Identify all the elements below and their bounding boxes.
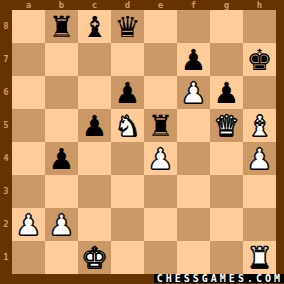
square-e1[interactable] [144, 241, 177, 274]
square-a7[interactable] [12, 43, 45, 76]
rank-label-1: 1 [0, 241, 12, 274]
black-king-piece[interactable]: ♚ [243, 43, 276, 76]
square-c6[interactable] [78, 76, 111, 109]
black-pawn-piece[interactable]: ♟ [78, 109, 111, 142]
square-d7[interactable] [111, 43, 144, 76]
square-h2[interactable] [243, 208, 276, 241]
square-b6[interactable] [45, 76, 78, 109]
rank-label-4: 4 [0, 142, 12, 175]
white-king-piece[interactable]: ♚ [78, 241, 111, 274]
square-a4[interactable] [12, 142, 45, 175]
black-pawn-piece[interactable]: ♟ [177, 43, 210, 76]
square-b5[interactable] [45, 109, 78, 142]
file-label-b: b [45, 0, 78, 10]
square-a2[interactable]: ♟ [12, 208, 45, 241]
square-a5[interactable] [12, 109, 45, 142]
square-g1[interactable] [210, 241, 243, 274]
square-a8[interactable] [12, 10, 45, 43]
square-g3[interactable] [210, 175, 243, 208]
white-queen-piece[interactable]: ♛ [210, 109, 243, 142]
square-g8[interactable] [210, 10, 243, 43]
black-rook-piece[interactable]: ♜ [45, 10, 78, 43]
square-d4[interactable] [111, 142, 144, 175]
square-h7[interactable]: ♚ [243, 43, 276, 76]
square-a6[interactable] [12, 76, 45, 109]
black-rook-piece[interactable]: ♜ [144, 109, 177, 142]
square-d2[interactable] [111, 208, 144, 241]
rank-label-6: 6 [0, 76, 12, 109]
black-bishop-piece[interactable]: ♝ [78, 10, 111, 43]
square-f7[interactable]: ♟ [177, 43, 210, 76]
file-label-d: d [111, 0, 144, 10]
square-g6[interactable]: ♟ [210, 76, 243, 109]
rank-labels: 87654321 [0, 10, 12, 274]
square-b4[interactable]: ♟ [45, 142, 78, 175]
square-f2[interactable] [177, 208, 210, 241]
white-pawn-piece[interactable]: ♟ [243, 142, 276, 175]
square-f3[interactable] [177, 175, 210, 208]
square-f5[interactable] [177, 109, 210, 142]
square-e6[interactable] [144, 76, 177, 109]
square-b2[interactable]: ♟ [45, 208, 78, 241]
rank-label-7: 7 [0, 43, 12, 76]
square-d3[interactable] [111, 175, 144, 208]
white-pawn-piece[interactable]: ♟ [177, 76, 210, 109]
square-g4[interactable] [210, 142, 243, 175]
square-f8[interactable] [177, 10, 210, 43]
square-g2[interactable] [210, 208, 243, 241]
black-queen-piece[interactable]: ♛ [111, 10, 144, 43]
rank-label-2: 2 [0, 208, 12, 241]
square-e2[interactable] [144, 208, 177, 241]
square-c3[interactable] [78, 175, 111, 208]
rank-label-8: 8 [0, 10, 12, 43]
black-pawn-piece[interactable]: ♟ [45, 142, 78, 175]
file-label-c: c [78, 0, 111, 10]
square-c7[interactable] [78, 43, 111, 76]
square-h1[interactable]: ♜ [243, 241, 276, 274]
square-g7[interactable] [210, 43, 243, 76]
square-c1[interactable]: ♚ [78, 241, 111, 274]
square-h5[interactable]: ♝ [243, 109, 276, 142]
white-pawn-piece[interactable]: ♟ [12, 208, 45, 241]
square-e8[interactable] [144, 10, 177, 43]
chess-diagram: abcdefgh 87654321 ♜♝♛♟♚♟♟♟♟♞♜♛♝♟♟♟♟♟♚♜ C… [0, 0, 284, 284]
square-d6[interactable]: ♟ [111, 76, 144, 109]
square-g5[interactable]: ♛ [210, 109, 243, 142]
black-pawn-piece[interactable]: ♟ [111, 76, 144, 109]
file-label-e: e [144, 0, 177, 10]
square-e4[interactable]: ♟ [144, 142, 177, 175]
square-b8[interactable]: ♜ [45, 10, 78, 43]
square-c2[interactable] [78, 208, 111, 241]
square-f6[interactable]: ♟ [177, 76, 210, 109]
black-pawn-piece[interactable]: ♟ [210, 76, 243, 109]
square-e5[interactable]: ♜ [144, 109, 177, 142]
square-c4[interactable] [78, 142, 111, 175]
square-e7[interactable] [144, 43, 177, 76]
square-d8[interactable]: ♛ [111, 10, 144, 43]
square-h4[interactable]: ♟ [243, 142, 276, 175]
square-d1[interactable] [111, 241, 144, 274]
file-labels: abcdefgh [12, 0, 276, 10]
file-label-a: a [12, 0, 45, 10]
square-h6[interactable] [243, 76, 276, 109]
rank-label-3: 3 [0, 175, 12, 208]
square-a3[interactable] [12, 175, 45, 208]
square-h3[interactable] [243, 175, 276, 208]
square-c5[interactable]: ♟ [78, 109, 111, 142]
white-knight-piece[interactable]: ♞ [111, 109, 144, 142]
white-pawn-piece[interactable]: ♟ [144, 142, 177, 175]
file-label-f: f [177, 0, 210, 10]
square-f4[interactable] [177, 142, 210, 175]
square-b1[interactable] [45, 241, 78, 274]
square-a1[interactable] [12, 241, 45, 274]
square-c8[interactable]: ♝ [78, 10, 111, 43]
square-e3[interactable] [144, 175, 177, 208]
square-b7[interactable] [45, 43, 78, 76]
file-label-g: g [210, 0, 243, 10]
file-label-h: h [243, 0, 276, 10]
rank-label-5: 5 [0, 109, 12, 142]
white-pawn-piece[interactable]: ♟ [45, 208, 78, 241]
chess-board: ♜♝♛♟♚♟♟♟♟♞♜♛♝♟♟♟♟♟♚♜ [12, 10, 276, 274]
square-h8[interactable] [243, 10, 276, 43]
white-bishop-piece[interactable]: ♝ [243, 109, 276, 142]
square-b3[interactable] [45, 175, 78, 208]
white-rook-piece[interactable]: ♜ [243, 241, 276, 274]
watermark-text: CHESSGAMES.COM [154, 274, 284, 283]
square-d5[interactable]: ♞ [111, 109, 144, 142]
square-f1[interactable] [177, 241, 210, 274]
